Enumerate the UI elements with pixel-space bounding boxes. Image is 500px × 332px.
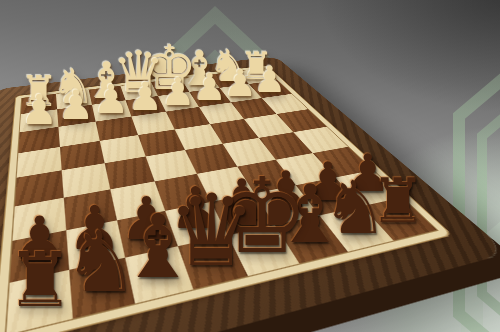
chess-board [0, 56, 500, 332]
board-scene [0, 0, 500, 332]
chess-set-photo: ♜♞♝♚♟♛♟♝♟♞♟♜♟♟♟♟♟♟♟♟♜♟♞♟♝♟♚♟♛♝♞♜ [0, 0, 500, 332]
